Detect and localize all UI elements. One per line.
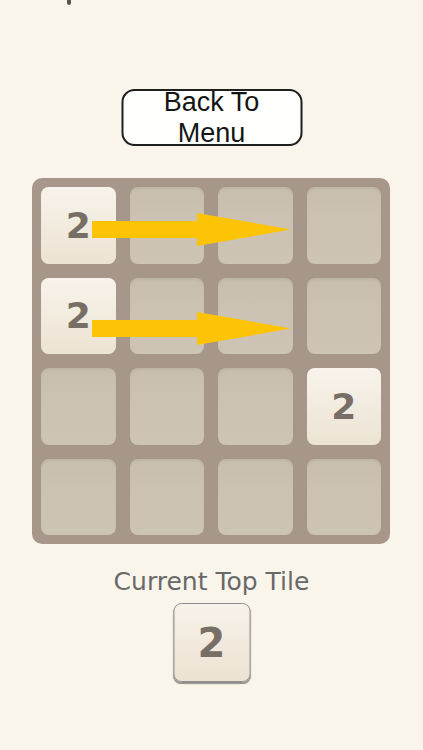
cell-r1c1: 2 <box>41 187 116 264</box>
tile-2: 2 <box>41 187 116 264</box>
cell-r3c3 <box>218 368 293 445</box>
cell-r4c3 <box>218 459 293 536</box>
cell-r3c4: 2 <box>307 368 382 445</box>
screen-edge-artifact <box>67 0 71 5</box>
cell-r4c1 <box>41 459 116 536</box>
cell-r2c3 <box>218 278 293 355</box>
cell-r4c2 <box>130 459 205 536</box>
cell-r2c4 <box>307 278 382 355</box>
game-screen: Back To Menu 222 Current Top Tile 2 <box>0 0 423 750</box>
cell-r1c2 <box>130 187 205 264</box>
back-to-menu-button[interactable]: Back To Menu <box>121 89 302 146</box>
cell-r2c2 <box>130 278 205 355</box>
cell-r3c1 <box>41 368 116 445</box>
board-grid[interactable]: 222 <box>32 178 390 544</box>
cell-r3c2 <box>130 368 205 445</box>
cell-r1c4 <box>307 187 382 264</box>
tile-2: 2 <box>307 368 382 445</box>
current-top-tile: 2 <box>173 603 250 682</box>
current-top-tile-label: Current Top Tile <box>0 567 423 596</box>
cell-r1c3 <box>218 187 293 264</box>
tile-2: 2 <box>41 278 116 355</box>
current-top-tile-value: 2 <box>198 620 226 666</box>
cell-r4c4 <box>307 459 382 536</box>
cell-r2c1: 2 <box>41 278 116 355</box>
board: 222 <box>32 178 390 544</box>
